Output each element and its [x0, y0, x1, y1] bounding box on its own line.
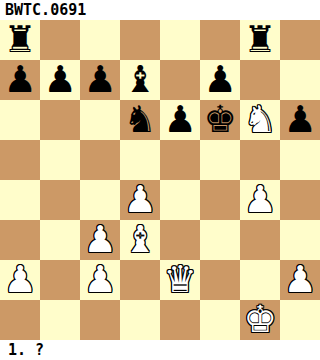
- chess-puzzle-app: BWTC.0691 ♜♜♟♟♟♝♟♞♟♚♞♟♟♟♟♝♟♟♛♟♚ 1. ?: [0, 0, 320, 360]
- square-d1[interactable]: [120, 300, 160, 340]
- square-b6[interactable]: [40, 100, 80, 140]
- black-bishop-icon: ♝: [123, 60, 156, 100]
- white-bishop-icon: ♝: [123, 220, 156, 260]
- square-d4[interactable]: ♟: [120, 180, 160, 220]
- square-b7[interactable]: ♟: [40, 60, 80, 100]
- chess-board: ♜♜♟♟♟♝♟♞♟♚♞♟♟♟♟♝♟♟♛♟♚: [0, 20, 320, 340]
- square-h7[interactable]: [280, 60, 320, 100]
- square-g2[interactable]: [240, 260, 280, 300]
- square-g1[interactable]: ♚: [240, 300, 280, 340]
- square-h5[interactable]: [280, 140, 320, 180]
- square-g3[interactable]: [240, 220, 280, 260]
- square-a6[interactable]: [0, 100, 40, 140]
- square-e4[interactable]: [160, 180, 200, 220]
- square-h8[interactable]: [280, 20, 320, 60]
- square-c2[interactable]: ♟: [80, 260, 120, 300]
- square-c1[interactable]: [80, 300, 120, 340]
- square-c5[interactable]: [80, 140, 120, 180]
- square-g5[interactable]: [240, 140, 280, 180]
- square-e2[interactable]: ♛: [160, 260, 200, 300]
- square-d8[interactable]: [120, 20, 160, 60]
- square-e6[interactable]: ♟: [160, 100, 200, 140]
- square-b4[interactable]: [40, 180, 80, 220]
- black-rook-icon: ♜: [3, 20, 36, 60]
- square-f1[interactable]: [200, 300, 240, 340]
- white-pawn-icon: ♟: [83, 220, 116, 260]
- black-pawn-icon: ♟: [283, 100, 316, 140]
- white-pawn-icon: ♟: [3, 260, 36, 300]
- square-b1[interactable]: [40, 300, 80, 340]
- square-f5[interactable]: [200, 140, 240, 180]
- square-d6[interactable]: ♞: [120, 100, 160, 140]
- square-d3[interactable]: ♝: [120, 220, 160, 260]
- square-a7[interactable]: ♟: [0, 60, 40, 100]
- square-d5[interactable]: [120, 140, 160, 180]
- square-f3[interactable]: [200, 220, 240, 260]
- square-h2[interactable]: ♟: [280, 260, 320, 300]
- square-g8[interactable]: ♜: [240, 20, 280, 60]
- square-a4[interactable]: [0, 180, 40, 220]
- move-prompt: 1. ?: [8, 340, 44, 360]
- black-pawn-icon: ♟: [83, 60, 116, 100]
- square-a5[interactable]: [0, 140, 40, 180]
- square-a1[interactable]: [0, 300, 40, 340]
- square-e5[interactable]: [160, 140, 200, 180]
- white-pawn-icon: ♟: [283, 260, 316, 300]
- square-c8[interactable]: [80, 20, 120, 60]
- square-e3[interactable]: [160, 220, 200, 260]
- black-pawn-icon: ♟: [203, 60, 236, 100]
- puzzle-id: BWTC.0691: [5, 0, 86, 20]
- square-e8[interactable]: [160, 20, 200, 60]
- white-pawn-icon: ♟: [123, 180, 156, 220]
- black-pawn-icon: ♟: [43, 60, 76, 100]
- square-b8[interactable]: [40, 20, 80, 60]
- square-f2[interactable]: [200, 260, 240, 300]
- black-pawn-icon: ♟: [163, 100, 196, 140]
- square-f7[interactable]: ♟: [200, 60, 240, 100]
- white-pawn-icon: ♟: [83, 260, 116, 300]
- square-d2[interactable]: [120, 260, 160, 300]
- square-g4[interactable]: ♟: [240, 180, 280, 220]
- square-f6[interactable]: ♚: [200, 100, 240, 140]
- square-a2[interactable]: ♟: [0, 260, 40, 300]
- square-b2[interactable]: [40, 260, 80, 300]
- black-king-icon: ♚: [203, 100, 236, 140]
- square-h3[interactable]: [280, 220, 320, 260]
- square-c6[interactable]: [80, 100, 120, 140]
- square-d7[interactable]: ♝: [120, 60, 160, 100]
- footer: 1. ?: [0, 340, 320, 360]
- square-f4[interactable]: [200, 180, 240, 220]
- white-king-icon: ♚: [243, 300, 276, 340]
- square-c3[interactable]: ♟: [80, 220, 120, 260]
- square-f8[interactable]: [200, 20, 240, 60]
- square-h6[interactable]: ♟: [280, 100, 320, 140]
- black-pawn-icon: ♟: [3, 60, 36, 100]
- square-c7[interactable]: ♟: [80, 60, 120, 100]
- white-queen-icon: ♛: [163, 260, 196, 300]
- square-b3[interactable]: [40, 220, 80, 260]
- header: BWTC.0691: [0, 0, 320, 20]
- square-e7[interactable]: [160, 60, 200, 100]
- black-knight-icon: ♞: [123, 100, 156, 140]
- white-knight-icon: ♞: [243, 100, 276, 140]
- square-e1[interactable]: [160, 300, 200, 340]
- black-rook-icon: ♜: [243, 20, 276, 60]
- square-h1[interactable]: [280, 300, 320, 340]
- square-b5[interactable]: [40, 140, 80, 180]
- square-g6[interactable]: ♞: [240, 100, 280, 140]
- white-pawn-icon: ♟: [243, 180, 276, 220]
- square-h4[interactable]: [280, 180, 320, 220]
- square-g7[interactable]: [240, 60, 280, 100]
- square-a8[interactable]: ♜: [0, 20, 40, 60]
- square-a3[interactable]: [0, 220, 40, 260]
- square-c4[interactable]: [80, 180, 120, 220]
